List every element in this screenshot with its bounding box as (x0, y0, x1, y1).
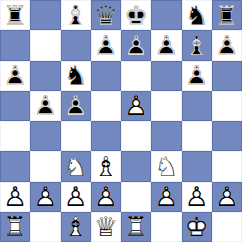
square-f1[interactable] (151, 212, 181, 242)
square-b8[interactable] (30, 0, 60, 30)
square-f4[interactable] (151, 121, 181, 151)
white-pawn: ♟♙ (151, 182, 181, 212)
square-e4[interactable] (121, 121, 151, 151)
square-a3[interactable] (0, 151, 30, 181)
square-a5[interactable] (0, 91, 30, 121)
square-f2[interactable]: ♟♙ (151, 182, 181, 212)
square-d5[interactable] (91, 91, 121, 121)
square-f8[interactable] (151, 0, 181, 30)
white-queen: ♛♕ (91, 212, 121, 242)
square-h1[interactable] (212, 212, 242, 242)
black-pawn: ♟♙ (182, 61, 212, 91)
square-h2[interactable]: ♟♙ (212, 182, 242, 212)
white-king: ♚♔ (182, 212, 212, 242)
square-g2[interactable]: ♟♙ (182, 182, 212, 212)
square-c3[interactable]: ♞♘ (61, 151, 91, 181)
square-g4[interactable] (182, 121, 212, 151)
square-b7[interactable] (30, 30, 60, 60)
black-king: ♚♔ (121, 0, 151, 30)
square-h4[interactable] (212, 121, 242, 151)
white-pawn: ♟♙ (30, 182, 60, 212)
white-pawn: ♟♙ (91, 182, 121, 212)
square-f5[interactable] (151, 91, 181, 121)
black-pawn: ♟♙ (212, 30, 242, 60)
square-d2[interactable]: ♟♙ (91, 182, 121, 212)
square-a4[interactable] (0, 121, 30, 151)
square-b5[interactable]: ♟♙ (30, 91, 60, 121)
white-pawn: ♟♙ (0, 182, 30, 212)
white-pawn: ♟♙ (61, 182, 91, 212)
square-e2[interactable] (121, 182, 151, 212)
square-d8[interactable]: ♛♕ (91, 0, 121, 30)
white-bishop: ♝♗ (61, 212, 91, 242)
white-pawn: ♟♙ (212, 182, 242, 212)
black-queen: ♛♕ (91, 0, 121, 30)
square-a8[interactable]: ♜♖ (0, 0, 30, 30)
square-g8[interactable]: ♞♘ (182, 0, 212, 30)
black-pawn: ♟♙ (91, 30, 121, 60)
black-pawn: ♟♙ (151, 30, 181, 60)
black-pawn: ♟♙ (61, 91, 91, 121)
black-rook: ♜♖ (0, 0, 30, 30)
square-b6[interactable] (30, 61, 60, 91)
square-h3[interactable] (212, 151, 242, 181)
square-f7[interactable]: ♟♙ (151, 30, 181, 60)
square-g1[interactable]: ♚♔ (182, 212, 212, 242)
white-knight: ♞♘ (61, 151, 91, 181)
square-d3[interactable]: ♝♗ (91, 151, 121, 181)
black-pawn: ♟♙ (0, 61, 30, 91)
white-bishop: ♝♗ (91, 151, 121, 181)
black-bishop: ♝♗ (182, 30, 212, 60)
white-pawn: ♟♙ (121, 91, 151, 121)
square-c8[interactable]: ♝♗ (61, 0, 91, 30)
square-e1[interactable]: ♜♖ (121, 212, 151, 242)
square-a2[interactable]: ♟♙ (0, 182, 30, 212)
square-e6[interactable] (121, 61, 151, 91)
square-a6[interactable]: ♟♙ (0, 61, 30, 91)
chess-board: ♜♖♝♗♛♕♚♔♞♘♜♖♟♙♟♙♟♙♝♗♟♙♟♙♞♘♟♙♟♙♟♙♟♙♞♘♝♗♞♘… (0, 0, 242, 242)
square-g5[interactable] (182, 91, 212, 121)
square-e5[interactable]: ♟♙ (121, 91, 151, 121)
square-f3[interactable]: ♞♘ (151, 151, 181, 181)
square-g6[interactable]: ♟♙ (182, 61, 212, 91)
white-rook: ♜♖ (121, 212, 151, 242)
square-h7[interactable]: ♟♙ (212, 30, 242, 60)
black-knight: ♞♘ (182, 0, 212, 30)
square-e7[interactable]: ♟♙ (121, 30, 151, 60)
square-c7[interactable] (61, 30, 91, 60)
square-h8[interactable]: ♜♖ (212, 0, 242, 30)
square-d1[interactable]: ♛♕ (91, 212, 121, 242)
white-knight: ♞♘ (151, 151, 181, 181)
square-g3[interactable] (182, 151, 212, 181)
square-e8[interactable]: ♚♔ (121, 0, 151, 30)
square-b2[interactable]: ♟♙ (30, 182, 60, 212)
black-pawn: ♟♙ (30, 91, 60, 121)
square-a7[interactable] (0, 30, 30, 60)
square-d7[interactable]: ♟♙ (91, 30, 121, 60)
square-b3[interactable] (30, 151, 60, 181)
square-c2[interactable]: ♟♙ (61, 182, 91, 212)
black-pawn: ♟♙ (121, 30, 151, 60)
white-rook: ♜♖ (0, 212, 30, 242)
black-knight: ♞♘ (61, 61, 91, 91)
square-b1[interactable] (30, 212, 60, 242)
square-a1[interactable]: ♜♖ (0, 212, 30, 242)
square-f6[interactable] (151, 61, 181, 91)
square-h6[interactable] (212, 61, 242, 91)
square-h5[interactable] (212, 91, 242, 121)
square-d6[interactable] (91, 61, 121, 91)
square-c5[interactable]: ♟♙ (61, 91, 91, 121)
square-d4[interactable] (91, 121, 121, 151)
square-c6[interactable]: ♞♘ (61, 61, 91, 91)
square-e3[interactable] (121, 151, 151, 181)
black-bishop: ♝♗ (61, 0, 91, 30)
white-pawn: ♟♙ (182, 182, 212, 212)
square-b4[interactable] (30, 121, 60, 151)
square-c4[interactable] (61, 121, 91, 151)
square-g7[interactable]: ♝♗ (182, 30, 212, 60)
black-rook: ♜♖ (212, 0, 242, 30)
square-c1[interactable]: ♝♗ (61, 212, 91, 242)
